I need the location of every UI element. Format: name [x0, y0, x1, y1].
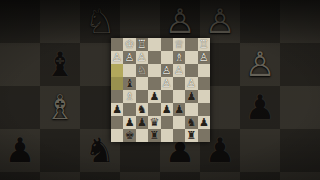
- square: ♝: [123, 77, 135, 90]
- square: ♞: [240, 172, 280, 180]
- square: [0, 0, 40, 43]
- square: [148, 103, 160, 116]
- piece-black-pawn: ♟: [136, 116, 148, 129]
- square: [111, 116, 123, 129]
- square: [280, 43, 320, 86]
- square: ♙: [240, 43, 280, 86]
- square: [173, 77, 185, 90]
- square: ♛: [120, 172, 160, 180]
- square: [240, 129, 280, 172]
- piece-black-knight: ♞: [136, 103, 148, 116]
- square: [173, 129, 185, 142]
- piece-black-rook: ♜: [185, 129, 197, 142]
- piece-black-pawn: ♟: [148, 90, 160, 103]
- chess-board: ♔♖♕♖♙♙♙♗♙♘♙♙♝♙♙♗♟♟♟♞♟♟♟♟♛♞♟♚♜♜: [111, 38, 210, 142]
- square: [111, 38, 123, 51]
- square: [148, 51, 160, 64]
- square: [120, 0, 160, 43]
- piece-black-pawn: ♟: [0, 129, 40, 172]
- square: ♘: [80, 0, 120, 43]
- square: [111, 64, 123, 77]
- square: ♝: [40, 43, 80, 86]
- piece-white-pawn: ♙: [240, 43, 280, 86]
- square: ♕: [173, 38, 185, 51]
- square: ♙: [200, 0, 240, 43]
- square: ♚: [123, 129, 135, 142]
- square: [185, 51, 197, 64]
- square: ♟: [123, 116, 135, 129]
- piece-white-queen: ♕: [173, 38, 185, 51]
- square: [280, 129, 320, 172]
- square: [161, 90, 173, 103]
- square: [148, 77, 160, 90]
- square: [136, 129, 148, 142]
- square: ♙: [136, 51, 148, 64]
- square: ♟: [240, 86, 280, 129]
- square: [198, 129, 210, 142]
- square: ♟: [40, 172, 80, 180]
- square: [136, 77, 148, 90]
- square: [280, 0, 320, 43]
- square: ♜: [148, 129, 160, 142]
- square: ♙: [160, 0, 200, 43]
- square: ♗: [40, 86, 80, 129]
- square: [148, 64, 160, 77]
- square: ♜: [185, 129, 197, 142]
- square: ♞: [136, 103, 148, 116]
- piece-black-knight: ♞: [185, 116, 197, 129]
- piece-white-pawn: ♙: [200, 0, 240, 43]
- square: [111, 77, 123, 90]
- square: [111, 129, 123, 142]
- square: [240, 0, 280, 43]
- piece-white-pawn: ♙: [123, 51, 135, 64]
- piece-black-knight: ♞: [240, 172, 280, 180]
- square: [198, 77, 210, 90]
- piece-white-pawn: ♙: [136, 51, 148, 64]
- piece-white-pawn: ♙: [111, 51, 123, 64]
- square: ♙: [123, 51, 135, 64]
- square: [173, 116, 185, 129]
- square: [161, 116, 173, 129]
- piece-black-pawn: ♟: [185, 90, 197, 103]
- piece-white-rook: ♖: [198, 38, 210, 51]
- square: ♟: [198, 116, 210, 129]
- square: ♗: [123, 90, 135, 103]
- square: [123, 64, 135, 77]
- square: [148, 38, 160, 51]
- square: ♙: [198, 51, 210, 64]
- square: [111, 90, 123, 103]
- piece-black-pawn: ♟: [111, 103, 123, 116]
- square: ♛: [148, 116, 160, 129]
- piece-black-pawn: ♟: [161, 103, 173, 116]
- square: ♙: [173, 64, 185, 77]
- piece-white-pawn: ♙: [185, 77, 197, 90]
- square: [185, 103, 197, 116]
- square: [198, 90, 210, 103]
- piece-black-bishop: ♝: [123, 77, 135, 90]
- square: ♖: [198, 38, 210, 51]
- video-frame[interactable]: ♘♙♙♝♙♙♗♟♟♟♞♟♟♟♟♛♞♟ ♔♖♕♖♙♙♙♗♙♘♙♙♝♙♙♗♟♟♟♞♟…: [0, 0, 320, 180]
- piece-white-knight: ♘: [80, 0, 120, 43]
- piece-white-bishop: ♗: [40, 86, 80, 129]
- piece-black-pawn: ♟: [173, 103, 185, 116]
- piece-white-pawn: ♙: [198, 51, 210, 64]
- square: [40, 129, 80, 172]
- square: [198, 103, 210, 116]
- square: ♟: [111, 103, 123, 116]
- square: [161, 129, 173, 142]
- piece-black-pawn: ♟: [40, 172, 80, 180]
- square: [185, 38, 197, 51]
- piece-white-pawn: ♙: [161, 64, 173, 77]
- piece-black-pawn: ♟: [280, 172, 320, 180]
- square: ♞: [185, 116, 197, 129]
- square: ♟: [80, 172, 120, 180]
- square: ♙: [111, 51, 123, 64]
- square: ♟: [0, 129, 40, 172]
- square: [198, 64, 210, 77]
- piece-white-bishop: ♗: [123, 90, 135, 103]
- square: ♟: [185, 90, 197, 103]
- piece-white-knight: ♘: [136, 64, 148, 77]
- square: [0, 172, 40, 180]
- square: ♔: [123, 38, 135, 51]
- piece-white-pawn: ♙: [161, 77, 173, 90]
- square: [40, 0, 80, 43]
- piece-black-queen: ♛: [148, 116, 160, 129]
- square: ♙: [161, 64, 173, 77]
- square: [173, 90, 185, 103]
- piece-black-pawn: ♟: [123, 116, 135, 129]
- piece-white-bishop: ♗: [173, 51, 185, 64]
- square: [200, 172, 240, 180]
- piece-black-pawn: ♟: [80, 172, 120, 180]
- square: [280, 86, 320, 129]
- square: ♙: [161, 77, 173, 90]
- square: [123, 103, 135, 116]
- piece-white-king: ♔: [123, 38, 135, 51]
- square: ♟: [148, 90, 160, 103]
- piece-white-pawn: ♙: [160, 0, 200, 43]
- piece-black-king: ♚: [123, 129, 135, 142]
- square: ♟: [173, 103, 185, 116]
- square: ♟: [161, 103, 173, 116]
- square: [161, 51, 173, 64]
- piece-white-rook: ♖: [136, 38, 148, 51]
- piece-black-bishop: ♝: [40, 43, 80, 86]
- square: [161, 38, 173, 51]
- square: ♟: [136, 116, 148, 129]
- square: [185, 64, 197, 77]
- piece-black-pawn: ♟: [198, 116, 210, 129]
- square: [136, 90, 148, 103]
- piece-black-queen: ♛: [120, 172, 160, 180]
- piece-black-pawn: ♟: [240, 86, 280, 129]
- square: ♟: [280, 172, 320, 180]
- square: ♖: [136, 38, 148, 51]
- piece-black-rook: ♜: [148, 129, 160, 142]
- square: ♙: [185, 77, 197, 90]
- square: ♘: [136, 64, 148, 77]
- square: [0, 43, 40, 86]
- piece-white-pawn: ♙: [173, 64, 185, 77]
- square: [0, 86, 40, 129]
- square: [160, 172, 200, 180]
- square: ♗: [173, 51, 185, 64]
